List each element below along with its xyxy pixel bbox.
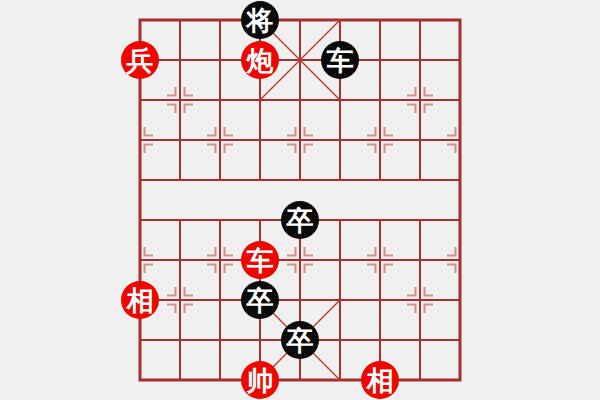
xiangqi-diagram: 将兵炮车卒车相卒卒帅相: [0, 0, 600, 400]
piece-black-卒[interactable]: 卒: [241, 281, 279, 319]
board-intersection: 卒: [280, 200, 320, 240]
board-intersection: 卒: [240, 280, 280, 320]
board-intersection: 车: [320, 40, 360, 80]
piece-red-帅[interactable]: 帅: [241, 361, 279, 399]
board-intersection: 将: [240, 0, 280, 40]
piece-black-卒[interactable]: 卒: [281, 321, 319, 359]
board-intersection: 相: [120, 280, 160, 320]
board-intersection: 炮: [240, 40, 280, 80]
piece-red-相[interactable]: 相: [361, 361, 399, 399]
piece-black-车[interactable]: 车: [321, 41, 359, 79]
piece-black-将[interactable]: 将: [241, 1, 279, 39]
piece-red-炮[interactable]: 炮: [241, 41, 279, 79]
board-intersection: 相: [360, 360, 400, 400]
piece-grid: 将兵炮车卒车相卒卒帅相: [120, 0, 480, 400]
board-intersection: 兵: [120, 40, 160, 80]
board-intersection: 帅: [240, 360, 280, 400]
piece-red-兵[interactable]: 兵: [121, 41, 159, 79]
piece-red-相[interactable]: 相: [121, 281, 159, 319]
piece-red-车[interactable]: 车: [241, 241, 279, 279]
xiangqi-board: 将兵炮车卒车相卒卒帅相: [120, 0, 480, 400]
board-intersection: 卒: [280, 320, 320, 360]
piece-black-卒[interactable]: 卒: [281, 201, 319, 239]
board-intersection: 车: [240, 240, 280, 280]
